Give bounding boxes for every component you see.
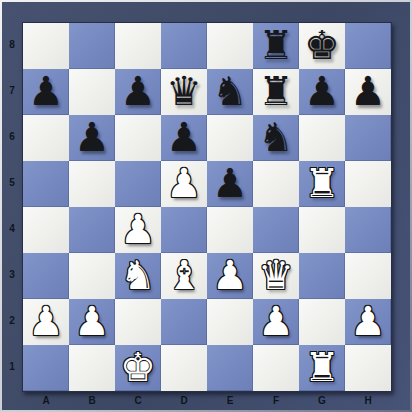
square-d5[interactable]: ♟ (161, 161, 207, 207)
rank-labels: 87654321 (2, 22, 22, 390)
file-label-f: F (253, 392, 299, 410)
chess-board: ♜♚♟♟♛♞♜♟♟♟♟♞♟♟♜♟♞♝♟♛♟♟♟♟♚♜ (22, 22, 392, 392)
piece-white-knight: ♞ (120, 255, 156, 295)
rank-label-7: 7 (2, 68, 22, 114)
piece-white-pawn: ♟ (350, 301, 386, 341)
square-g5[interactable]: ♜ (299, 161, 345, 207)
square-h3[interactable] (345, 253, 391, 299)
square-a3[interactable] (23, 253, 69, 299)
diagram-outer-edge: 87654321 ABCDEFGH ♜♚♟♟♛♞♜♟♟♟♟♞♟♟♜♟♞♝♟♛♟♟… (0, 0, 412, 412)
rank-label-3: 3 (2, 252, 22, 298)
square-d7[interactable]: ♛ (161, 69, 207, 115)
piece-white-pawn: ♟ (28, 301, 64, 341)
piece-white-rook: ♜ (304, 347, 340, 387)
piece-white-pawn: ♟ (74, 301, 110, 341)
rank-label-4: 4 (2, 206, 22, 252)
square-e8[interactable] (207, 23, 253, 69)
file-label-a: A (23, 392, 69, 410)
square-h5[interactable] (345, 161, 391, 207)
square-b2[interactable]: ♟ (69, 299, 115, 345)
square-d4[interactable] (161, 207, 207, 253)
square-g8[interactable]: ♚ (299, 23, 345, 69)
file-label-c: C (115, 392, 161, 410)
square-e6[interactable] (207, 115, 253, 161)
square-f2[interactable]: ♟ (253, 299, 299, 345)
file-label-b: B (69, 392, 115, 410)
piece-black-pawn: ♟ (212, 163, 248, 203)
square-b7[interactable] (69, 69, 115, 115)
square-d6[interactable]: ♟ (161, 115, 207, 161)
square-b4[interactable] (69, 207, 115, 253)
square-g7[interactable]: ♟ (299, 69, 345, 115)
piece-white-pawn: ♟ (166, 163, 202, 203)
square-g4[interactable] (299, 207, 345, 253)
square-h2[interactable]: ♟ (345, 299, 391, 345)
square-d2[interactable] (161, 299, 207, 345)
board-frame: 87654321 ABCDEFGH ♜♚♟♟♛♞♜♟♟♟♟♞♟♟♜♟♞♝♟♛♟♟… (2, 2, 410, 410)
file-label-d: D (161, 392, 207, 410)
square-a8[interactable] (23, 23, 69, 69)
square-e4[interactable] (207, 207, 253, 253)
piece-white-king: ♚ (120, 347, 156, 387)
piece-black-pawn: ♟ (28, 71, 64, 111)
square-c2[interactable] (115, 299, 161, 345)
file-label-g: G (299, 392, 345, 410)
square-b6[interactable]: ♟ (69, 115, 115, 161)
file-label-h: H (345, 392, 391, 410)
square-d8[interactable] (161, 23, 207, 69)
square-a4[interactable] (23, 207, 69, 253)
piece-black-queen: ♛ (166, 71, 202, 111)
square-c1[interactable]: ♚ (115, 345, 161, 391)
rank-label-6: 6 (2, 114, 22, 160)
square-e3[interactable]: ♟ (207, 253, 253, 299)
square-g1[interactable]: ♜ (299, 345, 345, 391)
square-d1[interactable] (161, 345, 207, 391)
square-h1[interactable] (345, 345, 391, 391)
file-labels: ABCDEFGH (23, 392, 391, 410)
square-c5[interactable] (115, 161, 161, 207)
square-f5[interactable] (253, 161, 299, 207)
square-a1[interactable] (23, 345, 69, 391)
rank-label-2: 2 (2, 298, 22, 344)
rank-label-1: 1 (2, 344, 22, 390)
square-e7[interactable]: ♞ (207, 69, 253, 115)
piece-white-pawn: ♟ (212, 255, 248, 295)
piece-black-pawn: ♟ (304, 71, 340, 111)
square-b1[interactable] (69, 345, 115, 391)
piece-white-queen: ♛ (258, 255, 294, 295)
square-h4[interactable] (345, 207, 391, 253)
square-e2[interactable] (207, 299, 253, 345)
piece-white-pawn: ♟ (258, 301, 294, 341)
piece-black-pawn: ♟ (74, 117, 110, 157)
square-b5[interactable] (69, 161, 115, 207)
square-c4[interactable]: ♟ (115, 207, 161, 253)
piece-white-rook: ♜ (304, 163, 340, 203)
square-g6[interactable] (299, 115, 345, 161)
square-a5[interactable] (23, 161, 69, 207)
square-f6[interactable]: ♞ (253, 115, 299, 161)
piece-black-pawn: ♟ (166, 117, 202, 157)
square-e1[interactable] (207, 345, 253, 391)
square-f4[interactable] (253, 207, 299, 253)
square-b8[interactable] (69, 23, 115, 69)
piece-black-knight: ♞ (212, 71, 248, 111)
piece-black-knight: ♞ (258, 117, 294, 157)
rank-label-5: 5 (2, 160, 22, 206)
square-b3[interactable] (69, 253, 115, 299)
square-a7[interactable]: ♟ (23, 69, 69, 115)
square-c6[interactable] (115, 115, 161, 161)
square-h6[interactable] (345, 115, 391, 161)
square-h7[interactable]: ♟ (345, 69, 391, 115)
file-label-e: E (207, 392, 253, 410)
square-e5[interactable]: ♟ (207, 161, 253, 207)
square-f3[interactable]: ♛ (253, 253, 299, 299)
square-c3[interactable]: ♞ (115, 253, 161, 299)
square-h8[interactable] (345, 23, 391, 69)
square-g3[interactable] (299, 253, 345, 299)
piece-black-rook: ♜ (258, 71, 294, 111)
square-f7[interactable]: ♜ (253, 69, 299, 115)
square-c8[interactable] (115, 23, 161, 69)
piece-black-pawn: ♟ (120, 71, 156, 111)
square-f8[interactable]: ♜ (253, 23, 299, 69)
piece-white-bishop: ♝ (166, 255, 202, 295)
square-a6[interactable] (23, 115, 69, 161)
piece-black-rook: ♜ (258, 25, 294, 65)
piece-black-king: ♚ (304, 25, 340, 65)
rank-label-8: 8 (2, 22, 22, 68)
square-a2[interactable]: ♟ (23, 299, 69, 345)
square-d3[interactable]: ♝ (161, 253, 207, 299)
piece-white-pawn: ♟ (120, 209, 156, 249)
square-c7[interactable]: ♟ (115, 69, 161, 115)
square-f1[interactable] (253, 345, 299, 391)
piece-black-pawn: ♟ (350, 71, 386, 111)
square-g2[interactable] (299, 299, 345, 345)
